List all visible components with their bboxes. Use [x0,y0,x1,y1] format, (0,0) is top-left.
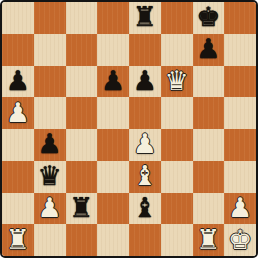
square-c5[interactable] [66,97,98,129]
white-rook-a1[interactable]: ♜ [6,224,30,254]
square-b6[interactable] [34,66,66,98]
square-h6[interactable] [224,66,256,98]
square-g2[interactable] [193,193,225,225]
white-rook-g1[interactable]: ♜ [196,224,220,254]
white-queen-f6[interactable]: ♛ [165,66,189,96]
square-a3[interactable] [2,161,34,193]
black-queen-b3[interactable]: ♛ [38,161,62,191]
square-f2[interactable] [161,193,193,225]
square-e3[interactable]: ♝ [129,161,161,193]
square-f4[interactable] [161,129,193,161]
square-b8[interactable] [34,2,66,34]
square-b7[interactable] [34,34,66,66]
black-pawn-d6[interactable]: ♟ [101,66,125,96]
square-e7[interactable] [129,34,161,66]
square-b3[interactable]: ♛ [34,161,66,193]
square-e5[interactable] [129,97,161,129]
square-d4[interactable] [97,129,129,161]
square-h5[interactable] [224,97,256,129]
square-a2[interactable] [2,193,34,225]
square-f5[interactable] [161,97,193,129]
square-g4[interactable] [193,129,225,161]
square-c4[interactable] [66,129,98,161]
white-pawn-b2[interactable]: ♟ [38,193,62,223]
square-d7[interactable] [97,34,129,66]
square-g6[interactable] [193,66,225,98]
square-h1[interactable]: ♚ [224,224,256,256]
square-g3[interactable] [193,161,225,193]
black-rook-e8[interactable]: ♜ [133,2,157,32]
square-d3[interactable] [97,161,129,193]
square-g5[interactable] [193,97,225,129]
square-e6[interactable]: ♟ [129,66,161,98]
black-king-g8[interactable]: ♚ [196,2,220,32]
white-pawn-a5[interactable]: ♟ [6,97,30,127]
square-c1[interactable] [66,224,98,256]
square-a4[interactable] [2,129,34,161]
square-a8[interactable] [2,2,34,34]
square-b2[interactable]: ♟ [34,193,66,225]
square-c6[interactable] [66,66,98,98]
square-f8[interactable] [161,2,193,34]
square-g1[interactable]: ♜ [193,224,225,256]
square-d5[interactable] [97,97,129,129]
black-pawn-e6[interactable]: ♟ [133,66,157,96]
white-bishop-e3[interactable]: ♝ [133,161,157,191]
black-rook-c2[interactable]: ♜ [69,193,93,223]
square-g8[interactable]: ♚ [193,2,225,34]
square-e2[interactable]: ♝ [129,193,161,225]
square-a5[interactable]: ♟ [2,97,34,129]
black-pawn-b4[interactable]: ♟ [38,129,62,159]
square-c2[interactable]: ♜ [66,193,98,225]
square-b4[interactable]: ♟ [34,129,66,161]
square-a7[interactable] [2,34,34,66]
square-e1[interactable] [129,224,161,256]
square-d1[interactable] [97,224,129,256]
square-d2[interactable] [97,193,129,225]
square-b5[interactable] [34,97,66,129]
square-h3[interactable] [224,161,256,193]
square-b1[interactable] [34,224,66,256]
square-e8[interactable]: ♜ [129,2,161,34]
square-a1[interactable]: ♜ [2,224,34,256]
square-h7[interactable] [224,34,256,66]
square-h2[interactable]: ♟ [224,193,256,225]
black-bishop-e2[interactable]: ♝ [133,193,157,223]
square-d6[interactable]: ♟ [97,66,129,98]
square-a6[interactable]: ♟ [2,66,34,98]
square-g7[interactable]: ♟ [193,34,225,66]
square-f1[interactable] [161,224,193,256]
square-c3[interactable] [66,161,98,193]
square-c8[interactable] [66,2,98,34]
black-pawn-a6[interactable]: ♟ [6,66,30,96]
square-h4[interactable] [224,129,256,161]
square-d8[interactable] [97,2,129,34]
white-king-h1[interactable]: ♚ [228,224,252,254]
square-e4[interactable]: ♟ [129,129,161,161]
white-pawn-h2[interactable]: ♟ [228,193,252,223]
square-f7[interactable] [161,34,193,66]
white-pawn-e4[interactable]: ♟ [133,129,157,159]
square-h8[interactable] [224,2,256,34]
square-c7[interactable] [66,34,98,66]
square-f3[interactable] [161,161,193,193]
black-pawn-g7[interactable]: ♟ [196,34,220,64]
board-container: ♜♚♟♟♟♟♛♟♟♟♛♝♟♜♝♟♜♜♚ [0,0,258,258]
chess-board: ♜♚♟♟♟♟♛♟♟♟♛♝♟♜♝♟♜♜♚ [0,0,258,258]
square-f6[interactable]: ♛ [161,66,193,98]
